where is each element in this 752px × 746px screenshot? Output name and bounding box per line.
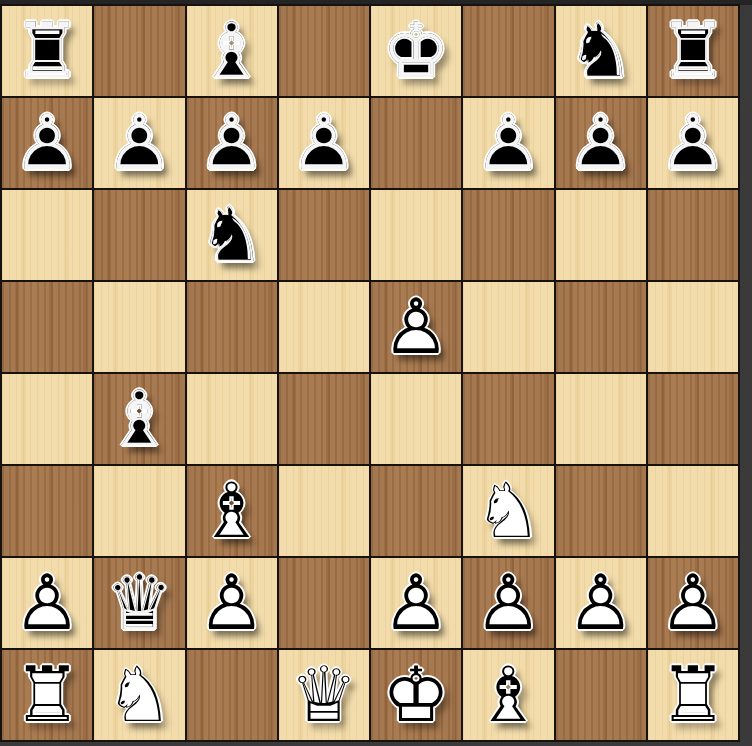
piece-black-pawn[interactable]: ♟♙ xyxy=(2,98,92,188)
square-d6[interactable] xyxy=(279,190,369,280)
piece-white-pawn[interactable]: ♟♙ xyxy=(371,558,461,648)
square-h4[interactable] xyxy=(648,374,738,464)
piece-black-pawn[interactable]: ♟♙ xyxy=(648,98,738,188)
square-b6[interactable] xyxy=(94,190,184,280)
piece-black-pawn[interactable]: ♟♙ xyxy=(463,98,553,188)
square-f1[interactable]: ♝♗ xyxy=(463,650,553,740)
black-knight-outline-icon: ♘ xyxy=(567,13,635,89)
square-h7[interactable]: ♟♙ xyxy=(648,98,738,188)
piece-black-pawn[interactable]: ♟♙ xyxy=(187,98,277,188)
piece-white-rook[interactable]: ♜♖ xyxy=(2,650,92,740)
square-e1[interactable]: ♚♔ xyxy=(371,650,461,740)
square-a7[interactable]: ♟♙ xyxy=(2,98,92,188)
square-a3[interactable] xyxy=(2,466,92,556)
piece-black-bishop[interactable]: ♝♗ xyxy=(94,374,184,464)
piece-white-rook[interactable]: ♜♖ xyxy=(648,650,738,740)
square-c7[interactable]: ♟♙ xyxy=(187,98,277,188)
piece-black-pawn[interactable]: ♟♙ xyxy=(94,98,184,188)
piece-white-pawn[interactable]: ♟♙ xyxy=(463,558,553,648)
square-a4[interactable] xyxy=(2,374,92,464)
piece-white-king[interactable]: ♚♔ xyxy=(371,650,461,740)
square-c3[interactable]: ♝♗ xyxy=(187,466,277,556)
piece-black-queen[interactable]: ♛♕ xyxy=(94,558,184,648)
square-b3[interactable] xyxy=(94,466,184,556)
square-e5[interactable]: ♟♙ xyxy=(371,282,461,372)
square-g2[interactable]: ♟♙ xyxy=(556,558,646,648)
square-g5[interactable] xyxy=(556,282,646,372)
piece-black-bishop[interactable]: ♝♗ xyxy=(187,6,277,96)
square-e6[interactable] xyxy=(371,190,461,280)
white-queen-outline-icon: ♕ xyxy=(290,657,358,733)
piece-black-knight[interactable]: ♞♘ xyxy=(187,190,277,280)
black-pawn-outline-icon: ♙ xyxy=(567,105,635,181)
black-pawn-outline-icon: ♙ xyxy=(659,105,727,181)
white-knight-outline-icon: ♘ xyxy=(474,473,542,549)
black-rook-outline-icon: ♖ xyxy=(659,13,727,89)
square-f7[interactable]: ♟♙ xyxy=(463,98,553,188)
square-f2[interactable]: ♟♙ xyxy=(463,558,553,648)
square-h5[interactable] xyxy=(648,282,738,372)
white-pawn-outline-icon: ♙ xyxy=(659,565,727,641)
square-g4[interactable] xyxy=(556,374,646,464)
black-queen-outline-icon: ♕ xyxy=(105,565,173,641)
square-h1[interactable]: ♜♖ xyxy=(648,650,738,740)
square-b5[interactable] xyxy=(94,282,184,372)
square-d3[interactable] xyxy=(279,466,369,556)
square-a5[interactable] xyxy=(2,282,92,372)
white-rook-outline-icon: ♖ xyxy=(659,657,727,733)
white-pawn-outline-icon: ♙ xyxy=(382,289,450,365)
square-c4[interactable] xyxy=(187,374,277,464)
black-pawn-outline-icon: ♙ xyxy=(105,105,173,181)
square-f5[interactable] xyxy=(463,282,553,372)
square-e2[interactable]: ♟♙ xyxy=(371,558,461,648)
piece-white-pawn[interactable]: ♟♙ xyxy=(556,558,646,648)
white-bishop-outline-icon: ♗ xyxy=(198,473,266,549)
black-knight-outline-icon: ♘ xyxy=(198,197,266,273)
square-f4[interactable] xyxy=(463,374,553,464)
square-b4[interactable]: ♝♗ xyxy=(94,374,184,464)
white-pawn-outline-icon: ♙ xyxy=(382,565,450,641)
square-d2[interactable] xyxy=(279,558,369,648)
square-c2[interactable]: ♟♙ xyxy=(187,558,277,648)
square-b7[interactable]: ♟♙ xyxy=(94,98,184,188)
square-h3[interactable] xyxy=(648,466,738,556)
square-h6[interactable] xyxy=(648,190,738,280)
square-g1[interactable] xyxy=(556,650,646,740)
square-d5[interactable] xyxy=(279,282,369,372)
square-e4[interactable] xyxy=(371,374,461,464)
square-f8[interactable] xyxy=(463,6,553,96)
white-pawn-outline-icon: ♙ xyxy=(198,565,266,641)
square-d8[interactable] xyxy=(279,6,369,96)
piece-white-pawn[interactable]: ♟♙ xyxy=(371,282,461,372)
square-a2[interactable]: ♟♙ xyxy=(2,558,92,648)
chess-board: ♜♖♝♗♚♔♞♘♜♖♟♙♟♙♟♙♟♙♟♙♟♙♟♙♞♘♟♙♝♗♝♗♞♘♟♙♛♕♟♙… xyxy=(0,4,740,742)
square-g8[interactable]: ♞♘ xyxy=(556,6,646,96)
white-bishop-outline-icon: ♗ xyxy=(474,657,542,733)
piece-white-pawn[interactable]: ♟♙ xyxy=(648,558,738,648)
white-pawn-outline-icon: ♙ xyxy=(13,565,81,641)
black-king-outline-icon: ♔ xyxy=(382,13,450,89)
square-h8[interactable]: ♜♖ xyxy=(648,6,738,96)
piece-white-queen[interactable]: ♛♕ xyxy=(279,650,369,740)
square-a8[interactable]: ♜♖ xyxy=(2,6,92,96)
square-d4[interactable] xyxy=(279,374,369,464)
piece-black-king[interactable]: ♚♔ xyxy=(371,6,461,96)
piece-white-bishop[interactable]: ♝♗ xyxy=(187,466,277,556)
piece-black-rook[interactable]: ♜♖ xyxy=(648,6,738,96)
piece-white-knight[interactable]: ♞♘ xyxy=(94,650,184,740)
white-pawn-outline-icon: ♙ xyxy=(567,565,635,641)
piece-black-pawn[interactable]: ♟♙ xyxy=(279,98,369,188)
square-g7[interactable]: ♟♙ xyxy=(556,98,646,188)
piece-black-knight[interactable]: ♞♘ xyxy=(556,6,646,96)
square-b2[interactable]: ♛♕ xyxy=(94,558,184,648)
black-pawn-outline-icon: ♙ xyxy=(198,105,266,181)
piece-black-pawn[interactable]: ♟♙ xyxy=(556,98,646,188)
black-pawn-outline-icon: ♙ xyxy=(290,105,358,181)
square-c8[interactable]: ♝♗ xyxy=(187,6,277,96)
square-c1[interactable] xyxy=(187,650,277,740)
square-e3[interactable] xyxy=(371,466,461,556)
white-king-outline-icon: ♔ xyxy=(382,657,450,733)
white-knight-outline-icon: ♘ xyxy=(105,657,173,733)
square-g6[interactable] xyxy=(556,190,646,280)
square-h2[interactable]: ♟♙ xyxy=(648,558,738,648)
square-a1[interactable]: ♜♖ xyxy=(2,650,92,740)
square-d1[interactable]: ♛♕ xyxy=(279,650,369,740)
piece-white-knight[interactable]: ♞♘ xyxy=(463,466,553,556)
black-bishop-outline-icon: ♗ xyxy=(198,13,266,89)
square-e7[interactable] xyxy=(371,98,461,188)
black-pawn-outline-icon: ♙ xyxy=(474,105,542,181)
white-pawn-outline-icon: ♙ xyxy=(474,565,542,641)
square-c6[interactable]: ♞♘ xyxy=(187,190,277,280)
square-f6[interactable] xyxy=(463,190,553,280)
piece-white-bishop[interactable]: ♝♗ xyxy=(463,650,553,740)
square-b1[interactable]: ♞♘ xyxy=(94,650,184,740)
square-f3[interactable]: ♞♘ xyxy=(463,466,553,556)
piece-white-pawn[interactable]: ♟♙ xyxy=(2,558,92,648)
square-a6[interactable] xyxy=(2,190,92,280)
piece-white-pawn[interactable]: ♟♙ xyxy=(187,558,277,648)
black-rook-outline-icon: ♖ xyxy=(13,13,81,89)
black-bishop-outline-icon: ♗ xyxy=(105,381,173,457)
square-d7[interactable]: ♟♙ xyxy=(279,98,369,188)
square-g3[interactable] xyxy=(556,466,646,556)
black-pawn-outline-icon: ♙ xyxy=(13,105,81,181)
white-rook-outline-icon: ♖ xyxy=(13,657,81,733)
square-b8[interactable] xyxy=(94,6,184,96)
square-e8[interactable]: ♚♔ xyxy=(371,6,461,96)
square-c5[interactable] xyxy=(187,282,277,372)
piece-black-rook[interactable]: ♜♖ xyxy=(2,6,92,96)
